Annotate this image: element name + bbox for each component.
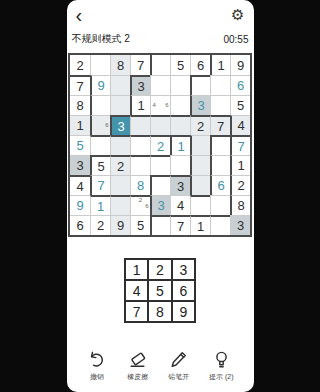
cell-r3c1[interactable]: 8 xyxy=(70,95,90,115)
numpad-4[interactable]: 4 xyxy=(125,280,148,301)
given-digit: 2 xyxy=(117,159,124,174)
entry-digit: 2 xyxy=(157,139,164,154)
numpad-1[interactable]: 1 xyxy=(125,259,148,280)
cell-r2c4[interactable]: 3 xyxy=(130,75,150,95)
cell-r1c1[interactable]: 2 xyxy=(70,55,90,75)
cell-r5c2[interactable] xyxy=(90,135,110,155)
cell-r4c2[interactable]: 6 xyxy=(90,115,110,135)
cell-r5c3[interactable] xyxy=(110,135,130,155)
cell-r9c2[interactable]: 2 xyxy=(90,215,110,235)
timer: 00:55 xyxy=(223,34,248,45)
cell-r3c3[interactable] xyxy=(110,95,130,115)
numpad-7[interactable]: 7 xyxy=(125,301,148,322)
pencil-notes: 6 xyxy=(92,116,110,135)
cell-r9c3[interactable]: 9 xyxy=(110,215,130,235)
cell-r4c1[interactable]: 1 xyxy=(70,115,90,135)
cell-r9c7[interactable]: 1 xyxy=(190,215,210,235)
given-digit: 3 xyxy=(137,79,144,94)
cell-r6c5[interactable] xyxy=(150,155,170,175)
cell-r3c7[interactable]: 3 xyxy=(190,95,210,115)
cell-r2c6[interactable] xyxy=(170,75,190,95)
cell-r9c6[interactable]: 7 xyxy=(170,215,190,235)
cell-r5c8[interactable] xyxy=(210,135,230,155)
cell-r6c7[interactable] xyxy=(190,155,210,175)
pencil-label: 铅笔开 xyxy=(168,372,189,382)
given-digit: 2 xyxy=(237,178,244,193)
entry-digit: 7 xyxy=(237,139,244,154)
cell-r8c8[interactable] xyxy=(210,195,230,215)
numpad-3[interactable]: 3 xyxy=(172,259,195,280)
cell-r3c4[interactable]: 1 xyxy=(130,95,150,115)
numpad-9[interactable]: 9 xyxy=(172,301,195,322)
cell-r7c1[interactable]: 4 xyxy=(70,175,90,195)
entry-digit: 3 xyxy=(117,119,124,134)
given-digit: 7 xyxy=(217,119,224,134)
cell-r6c1[interactable]: 3 xyxy=(70,155,90,175)
cell-r4c6[interactable] xyxy=(170,115,190,135)
numpad-5[interactable]: 5 xyxy=(148,280,171,301)
cell-r4c3[interactable]: 3 xyxy=(110,115,130,135)
page-title: 不规则模式 2 xyxy=(72,32,130,46)
cell-r6c6[interactable] xyxy=(170,155,190,175)
given-digit: 8 xyxy=(117,58,124,73)
lightbulb-icon xyxy=(211,349,232,370)
gear-icon[interactable]: ⚙ xyxy=(231,6,244,24)
cell-r5c9[interactable]: 7 xyxy=(230,135,250,155)
given-digit: 3 xyxy=(76,158,83,173)
cell-r4c7[interactable]: 2 xyxy=(190,115,210,135)
top-bar: ‹ ⚙ xyxy=(67,0,254,27)
cell-r4c8[interactable]: 7 xyxy=(210,115,230,135)
pencil-button[interactable]: 铅笔开 xyxy=(168,349,189,382)
given-digit: 6 xyxy=(76,218,83,233)
cell-r5c5[interactable]: 2 xyxy=(150,135,170,155)
given-digit: 2 xyxy=(97,218,104,233)
given-digit: 1 xyxy=(217,58,224,73)
cell-r1c2[interactable] xyxy=(90,55,110,75)
number-pad: 1 2 3 4 5 6 7 8 9 xyxy=(124,258,196,323)
cell-r8c9[interactable]: 8 xyxy=(230,195,250,215)
given-digit: 7 xyxy=(177,219,184,234)
undo-icon xyxy=(86,349,107,370)
cell-r8c5[interactable]: 3 xyxy=(150,195,170,215)
cell-r5c1[interactable]: 5 xyxy=(70,135,90,155)
given-digit: 5 xyxy=(177,58,184,73)
entry-digit: 8 xyxy=(137,178,144,193)
cell-r8c7[interactable] xyxy=(190,195,210,215)
cell-r8c6[interactable]: 4 xyxy=(170,195,190,215)
entry-digit: 6 xyxy=(217,178,224,193)
given-digit: 8 xyxy=(237,198,244,213)
cell-r7c4[interactable]: 8 xyxy=(130,175,150,195)
cell-r4c4[interactable] xyxy=(130,115,150,135)
given-digit: 2 xyxy=(76,58,83,73)
eraser-button[interactable]: 橡皮擦 xyxy=(127,349,148,382)
numpad-2[interactable]: 2 xyxy=(148,259,171,280)
cell-r9c5[interactable] xyxy=(150,215,170,235)
cell-r7c9[interactable]: 2 xyxy=(230,175,250,195)
cell-r7c3[interactable] xyxy=(110,175,130,195)
cell-r6c2[interactable]: 5 xyxy=(90,155,110,175)
numpad-8[interactable]: 8 xyxy=(148,301,171,322)
cell-r7c5[interactable] xyxy=(150,175,170,195)
entry-digit: 6 xyxy=(237,78,244,93)
cell-r4c9[interactable]: 4 xyxy=(230,115,250,135)
cell-r3c2[interactable] xyxy=(90,95,110,115)
eraser-icon xyxy=(127,349,148,370)
board: 2875619793681463516327452173521478362912… xyxy=(68,53,252,237)
entry-digit: 3 xyxy=(157,198,164,213)
cell-r3c8[interactable] xyxy=(210,95,230,115)
given-digit: 3 xyxy=(177,179,184,194)
cell-r2c1[interactable]: 7 xyxy=(70,75,90,95)
cell-r7c2[interactable]: 7 xyxy=(90,175,110,195)
given-digit: 3 xyxy=(237,218,244,233)
given-digit: 1 xyxy=(137,98,144,113)
cell-r2c9[interactable]: 6 xyxy=(230,75,250,95)
numpad-6[interactable]: 6 xyxy=(172,280,195,301)
pencil-icon xyxy=(168,349,189,370)
cell-r1c4[interactable]: 7 xyxy=(130,55,150,75)
cell-r2c5[interactable] xyxy=(150,75,170,95)
given-digit: 8 xyxy=(76,98,83,113)
cell-r9c8[interactable] xyxy=(210,215,230,235)
cell-r7c7[interactable] xyxy=(190,175,210,195)
cell-r5c7[interactable] xyxy=(190,135,210,155)
given-digit: 1 xyxy=(237,158,244,173)
cell-r2c7[interactable] xyxy=(190,75,210,95)
cell-r1c5[interactable] xyxy=(150,55,170,75)
cell-r1c9[interactable]: 9 xyxy=(230,55,250,75)
cell-r1c3[interactable]: 8 xyxy=(110,55,130,75)
given-digit: 1 xyxy=(197,219,204,234)
title-row: 不规则模式 2 00:55 xyxy=(67,27,254,51)
cell-r3c6[interactable] xyxy=(170,95,190,115)
cell-r6c4[interactable] xyxy=(130,155,150,175)
entry-digit: 3 xyxy=(197,98,204,113)
entry-digit: 7 xyxy=(97,178,104,193)
entry-digit: 9 xyxy=(97,78,104,93)
given-digit: 5 xyxy=(97,159,104,174)
given-digit: 4 xyxy=(76,179,83,194)
cell-r8c4[interactable]: 26 xyxy=(130,195,150,215)
cell-r5c6[interactable]: 1 xyxy=(170,135,190,155)
cell-r6c8[interactable] xyxy=(210,155,230,175)
cell-r9c4[interactable]: 5 xyxy=(130,215,150,235)
undo-label: 撤销 xyxy=(90,372,104,382)
pencil-notes: 26 xyxy=(131,197,150,215)
entry-digit: 1 xyxy=(177,139,184,154)
cell-r5c4[interactable] xyxy=(130,135,150,155)
undo-button[interactable]: 撤销 xyxy=(86,349,107,382)
cell-r9c1[interactable]: 6 xyxy=(70,215,90,235)
given-digit: 5 xyxy=(237,98,244,113)
given-digit: 9 xyxy=(117,218,124,233)
pencil-notes: 46 xyxy=(151,96,170,115)
cell-r1c6[interactable]: 5 xyxy=(170,55,190,75)
entry-digit: 9 xyxy=(76,198,83,213)
cell-r6c3[interactable]: 2 xyxy=(110,155,130,175)
given-digit: 7 xyxy=(137,58,144,73)
given-digit: 2 xyxy=(197,119,204,134)
cell-r8c1[interactable]: 9 xyxy=(70,195,90,215)
cell-r7c6[interactable]: 3 xyxy=(170,175,190,195)
entry-digit: 5 xyxy=(76,138,83,153)
cell-r3c5[interactable]: 46 xyxy=(150,95,170,115)
cell-r1c8[interactable]: 1 xyxy=(210,55,230,75)
hint-label: 提示 (2) xyxy=(209,372,234,382)
back-chevron-icon[interactable]: ‹ xyxy=(76,6,83,24)
cell-r2c2[interactable]: 9 xyxy=(90,75,110,95)
given-digit: 9 xyxy=(237,58,244,73)
given-digit: 5 xyxy=(137,218,144,233)
cell-r6c9[interactable]: 1 xyxy=(230,155,250,175)
hint-button[interactable]: 提示 (2) xyxy=(209,349,234,382)
cell-r7c8[interactable]: 6 xyxy=(210,175,230,195)
app-window: ‹ ⚙ 不规则模式 2 00:55 2875619793681463516327… xyxy=(67,0,254,392)
cell-r8c2[interactable]: 1 xyxy=(90,195,110,215)
given-digit: 1 xyxy=(76,118,83,133)
cell-r2c8[interactable] xyxy=(210,75,230,95)
cell-r2c3[interactable] xyxy=(110,75,130,95)
cell-r9c9[interactable]: 3 xyxy=(230,215,250,235)
cell-r1c7[interactable]: 6 xyxy=(190,55,210,75)
toolbar: 撤销 橡皮擦 铅笔开 提示 (2) xyxy=(67,349,254,382)
given-digit: 7 xyxy=(76,79,83,94)
given-digit: 4 xyxy=(177,198,184,213)
cell-r3c9[interactable]: 5 xyxy=(230,95,250,115)
given-digit: 6 xyxy=(197,58,204,73)
cell-r8c3[interactable] xyxy=(110,195,130,215)
entry-digit: 1 xyxy=(97,199,104,214)
cell-r4c5[interactable] xyxy=(150,115,170,135)
given-digit: 4 xyxy=(237,118,244,133)
eraser-label: 橡皮擦 xyxy=(127,372,148,382)
